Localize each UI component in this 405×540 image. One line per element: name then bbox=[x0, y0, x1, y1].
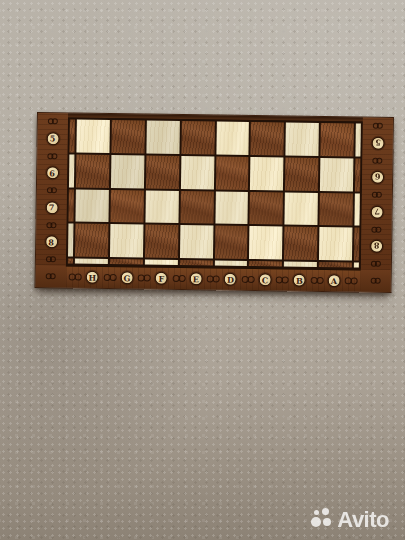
sliver-right-7 bbox=[354, 193, 359, 226]
square-h7 bbox=[75, 189, 108, 222]
square-g7 bbox=[110, 190, 143, 223]
scroll-motif-icon bbox=[47, 153, 57, 159]
square-d7 bbox=[215, 191, 248, 224]
square-a7 bbox=[320, 192, 353, 225]
scroll-motif-icon bbox=[372, 157, 382, 163]
file-label-d: D bbox=[224, 273, 237, 286]
file-label-f: F bbox=[155, 272, 168, 285]
bottom-sliver-3 bbox=[145, 260, 178, 265]
scroll-motif-icon bbox=[241, 276, 254, 283]
scroll-motif-icon bbox=[138, 274, 151, 281]
board-frame: 5678 5678 HGFEDCBA bbox=[36, 113, 393, 292]
square-f8 bbox=[145, 225, 178, 258]
square-c8 bbox=[249, 226, 282, 259]
file-label-g: G bbox=[120, 271, 133, 284]
bottom-sliver-6 bbox=[249, 261, 282, 266]
rank-label-right-7: 7 bbox=[370, 205, 383, 218]
square-b7 bbox=[285, 192, 318, 225]
square-b8 bbox=[284, 227, 317, 260]
scroll-motif-icon bbox=[276, 276, 289, 283]
sliver-left-7 bbox=[68, 189, 73, 222]
square-f7 bbox=[145, 190, 178, 223]
square-d6 bbox=[215, 156, 248, 189]
avito-watermark: Avito bbox=[311, 508, 389, 531]
rank-label-right-6: 6 bbox=[371, 171, 384, 184]
scroll-motif-icon bbox=[345, 277, 358, 284]
rank-label-left-5: 5 bbox=[46, 132, 59, 145]
bottom-sliver-4 bbox=[180, 260, 213, 265]
scroll-motif-icon bbox=[103, 274, 116, 281]
scroll-motif-icon bbox=[371, 261, 381, 267]
file-label-a: A bbox=[327, 274, 340, 287]
bottom-sliver-5 bbox=[214, 260, 247, 265]
square-e7 bbox=[180, 191, 213, 224]
sliver-right-5 bbox=[355, 123, 360, 156]
sliver-left-8 bbox=[68, 224, 73, 257]
scroll-motif-icon bbox=[47, 187, 57, 193]
sliver-left-5 bbox=[69, 119, 74, 152]
bottom-sliver-9 bbox=[354, 262, 359, 267]
scroll-motif-icon bbox=[371, 278, 381, 284]
scroll-motif-icon bbox=[371, 226, 381, 232]
rank-label-left-7: 7 bbox=[45, 201, 58, 214]
rank-label-left-8: 8 bbox=[45, 235, 58, 248]
square-h8 bbox=[75, 224, 108, 257]
rank-labels-left: 5678 bbox=[36, 113, 68, 265]
square-e6 bbox=[181, 156, 214, 189]
scroll-motif-icon bbox=[46, 256, 56, 262]
sliver-right-6 bbox=[355, 158, 360, 191]
square-g5 bbox=[111, 120, 144, 153]
square-d8 bbox=[214, 226, 247, 259]
scroll-motif-icon bbox=[373, 123, 383, 129]
chess-board bbox=[66, 117, 363, 269]
scroll-motif-icon bbox=[172, 275, 185, 282]
rank-label-left-6: 6 bbox=[46, 166, 59, 179]
corner-motif-bottom-left bbox=[36, 265, 66, 287]
file-labels: HGFEDCBA bbox=[66, 265, 361, 291]
rank-labels-right: 5678 bbox=[361, 118, 393, 270]
scroll-motif-icon bbox=[207, 275, 220, 282]
sliver-right-8 bbox=[354, 228, 359, 261]
bottom-sliver-1 bbox=[75, 259, 108, 264]
square-f6 bbox=[146, 155, 179, 188]
square-h5 bbox=[76, 120, 109, 153]
square-c6 bbox=[250, 157, 283, 190]
square-g8 bbox=[110, 224, 143, 257]
chess-box: 5678 5678 HGFEDCBA bbox=[35, 112, 394, 293]
file-label-h: H bbox=[86, 271, 99, 284]
square-c7 bbox=[250, 191, 283, 224]
scroll-motif-icon bbox=[372, 192, 382, 198]
scroll-motif-icon bbox=[46, 273, 56, 279]
scroll-motif-icon bbox=[310, 277, 323, 284]
file-label-e: E bbox=[189, 272, 202, 285]
square-a5 bbox=[321, 123, 354, 156]
square-e8 bbox=[180, 225, 213, 258]
scroll-motif-icon bbox=[48, 118, 58, 124]
square-g6 bbox=[111, 155, 144, 188]
square-d5 bbox=[216, 122, 249, 155]
square-b6 bbox=[285, 157, 318, 190]
bottom-sliver-7 bbox=[284, 261, 317, 266]
sliver-left-6 bbox=[69, 154, 74, 187]
scroll-motif-icon bbox=[46, 222, 56, 228]
corner-motif-bottom-right bbox=[361, 270, 391, 292]
file-label-c: C bbox=[258, 273, 271, 286]
square-a6 bbox=[320, 158, 353, 191]
square-a8 bbox=[319, 227, 352, 260]
avito-logo-icon bbox=[311, 508, 333, 531]
square-e5 bbox=[181, 121, 214, 154]
square-c5 bbox=[251, 122, 284, 155]
rank-label-right-5: 5 bbox=[371, 136, 384, 149]
bottom-sliver-0 bbox=[68, 258, 73, 263]
bottom-sliver-8 bbox=[319, 262, 352, 267]
watermark-text: Avito bbox=[337, 509, 389, 531]
rank-label-right-8: 8 bbox=[370, 240, 383, 253]
bottom-sliver-2 bbox=[110, 259, 143, 264]
square-b5 bbox=[286, 122, 319, 155]
scroll-motif-icon bbox=[69, 273, 82, 280]
square-f5 bbox=[146, 121, 179, 154]
file-label-b: B bbox=[293, 274, 306, 287]
square-h6 bbox=[76, 154, 109, 187]
